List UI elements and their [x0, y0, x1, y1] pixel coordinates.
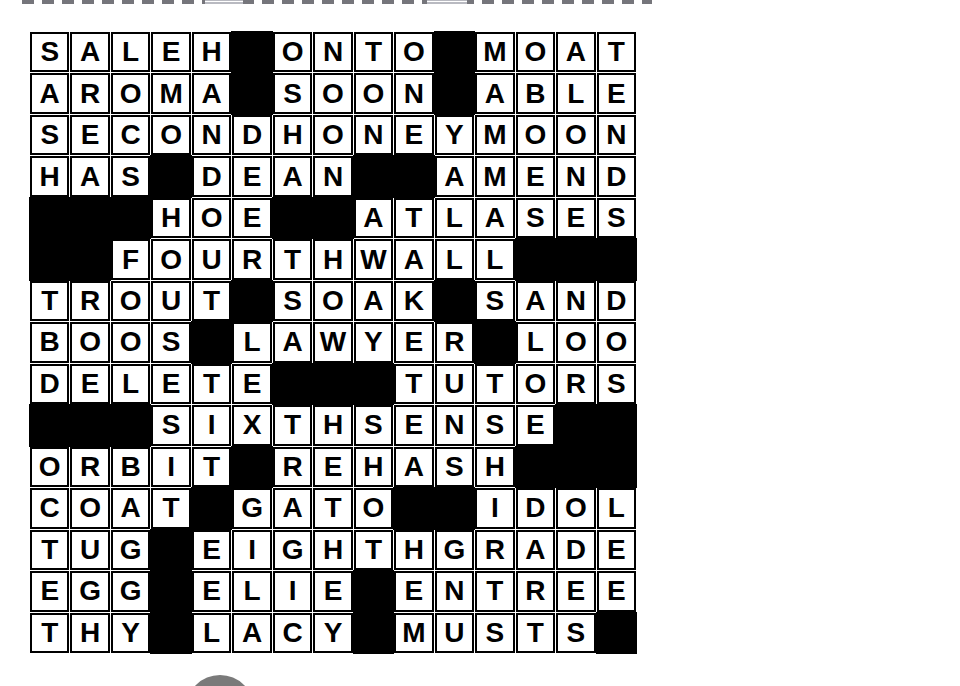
letter-cell[interactable]: G: [435, 530, 474, 570]
letter-cell[interactable]: T: [354, 32, 393, 72]
black-cell: [435, 73, 474, 113]
letter-cell[interactable]: E: [30, 571, 69, 611]
letter-cell[interactable]: O: [70, 488, 109, 528]
letter-cell[interactable]: L: [192, 613, 231, 653]
letter-cell[interactable]: N: [354, 115, 393, 155]
letter-cell[interactable]: E: [192, 530, 231, 570]
letter-cell[interactable]: R: [435, 322, 474, 362]
letter-cell[interactable]: E: [70, 364, 109, 404]
black-cell: [30, 239, 69, 279]
letter-cell[interactable]: O: [516, 364, 555, 404]
black-cell: [597, 447, 636, 487]
letter-cell[interactable]: M: [394, 613, 433, 653]
letter-cell[interactable]: S: [556, 613, 595, 653]
letter-cell[interactable]: Y: [111, 613, 150, 653]
letter-cell[interactable]: T: [30, 530, 69, 570]
letter-cell[interactable]: O: [556, 322, 595, 362]
black-cell: [435, 281, 474, 321]
letter-cell[interactable]: C: [111, 115, 150, 155]
cropped-underline-bar: [205, 0, 243, 4]
letter-cell[interactable]: E: [394, 322, 433, 362]
letter-cell[interactable]: M: [475, 115, 514, 155]
letter-cell[interactable]: A: [354, 198, 393, 238]
letter-cell[interactable]: A: [516, 281, 555, 321]
letter-cell[interactable]: G: [111, 571, 150, 611]
letter-cell[interactable]: A: [516, 530, 555, 570]
letter-cell[interactable]: D: [192, 156, 231, 196]
letter-cell[interactable]: R: [516, 571, 555, 611]
letter-cell[interactable]: E: [516, 156, 555, 196]
black-cell: [556, 239, 595, 279]
letter-cell[interactable]: T: [354, 530, 393, 570]
letter-cell[interactable]: C: [30, 488, 69, 528]
black-cell: [475, 322, 514, 362]
letter-cell[interactable]: L: [111, 32, 150, 72]
letter-cell[interactable]: A: [435, 156, 474, 196]
letter-cell[interactable]: O: [313, 73, 352, 113]
black-cell: [151, 156, 190, 196]
letter-cell[interactable]: S: [475, 405, 514, 445]
letter-cell[interactable]: L: [232, 571, 271, 611]
letter-cell[interactable]: N: [556, 281, 595, 321]
letter-cell[interactable]: C: [273, 613, 312, 653]
letter-cell[interactable]: B: [516, 73, 555, 113]
black-cell: [232, 73, 271, 113]
letter-cell[interactable]: M: [475, 156, 514, 196]
black-cell: [313, 198, 352, 238]
letter-cell[interactable]: R: [70, 73, 109, 113]
black-cell: [192, 488, 231, 528]
letter-cell[interactable]: I: [475, 488, 514, 528]
letter-cell[interactable]: A: [556, 32, 595, 72]
letter-cell[interactable]: T: [394, 198, 433, 238]
letter-cell[interactable]: T: [151, 488, 190, 528]
letter-cell[interactable]: S: [30, 32, 69, 72]
letter-cell[interactable]: O: [111, 73, 150, 113]
letter-cell[interactable]: A: [70, 32, 109, 72]
letter-cell[interactable]: A: [394, 447, 433, 487]
letter-cell[interactable]: D: [516, 488, 555, 528]
black-cell: [151, 613, 190, 653]
black-cell: [111, 405, 150, 445]
letter-cell[interactable]: L: [556, 73, 595, 113]
black-cell: [354, 613, 393, 653]
letter-cell[interactable]: H: [313, 239, 352, 279]
letter-cell[interactable]: M: [475, 32, 514, 72]
letter-cell[interactable]: A: [273, 322, 312, 362]
letter-cell[interactable]: O: [516, 115, 555, 155]
letter-cell[interactable]: R: [70, 281, 109, 321]
letter-cell[interactable]: T: [475, 364, 514, 404]
letter-cell[interactable]: H: [354, 447, 393, 487]
letter-cell[interactable]: N: [435, 571, 474, 611]
letter-cell[interactable]: T: [313, 488, 352, 528]
letter-cell[interactable]: A: [232, 613, 271, 653]
letter-cell[interactable]: O: [354, 73, 393, 113]
letter-cell[interactable]: N: [394, 73, 433, 113]
letter-cell[interactable]: E: [556, 198, 595, 238]
letter-cell[interactable]: T: [30, 281, 69, 321]
black-cell: [354, 156, 393, 196]
letter-cell[interactable]: O: [111, 322, 150, 362]
letter-cell[interactable]: T: [475, 571, 514, 611]
letter-cell[interactable]: E: [394, 405, 433, 445]
letter-cell[interactable]: W: [354, 239, 393, 279]
black-cell: [30, 405, 69, 445]
letter-cell[interactable]: A: [394, 239, 433, 279]
letter-cell[interactable]: L: [435, 198, 474, 238]
letter-cell[interactable]: S: [273, 73, 312, 113]
letter-cell[interactable]: E: [516, 405, 555, 445]
letter-cell[interactable]: H: [475, 447, 514, 487]
letter-cell[interactable]: B: [111, 447, 150, 487]
letter-cell[interactable]: F: [111, 239, 150, 279]
letter-cell[interactable]: H: [313, 405, 352, 445]
letter-cell[interactable]: L: [435, 239, 474, 279]
black-cell: [394, 156, 433, 196]
black-cell: [192, 322, 231, 362]
black-cell: [151, 571, 190, 611]
letter-cell[interactable]: E: [70, 115, 109, 155]
letter-cell[interactable]: A: [354, 281, 393, 321]
letter-cell[interactable]: E: [313, 571, 352, 611]
letter-cell[interactable]: A: [111, 488, 150, 528]
black-cell: [516, 447, 555, 487]
letter-cell[interactable]: T: [192, 447, 231, 487]
letter-cell[interactable]: O: [313, 281, 352, 321]
letter-cell[interactable]: B: [30, 322, 69, 362]
letter-cell[interactable]: E: [232, 156, 271, 196]
letter-cell[interactable]: A: [475, 73, 514, 113]
letter-cell[interactable]: M: [151, 73, 190, 113]
letter-cell[interactable]: S: [516, 198, 555, 238]
black-cell: [516, 239, 555, 279]
letter-cell[interactable]: E: [556, 571, 595, 611]
black-cell: [435, 32, 474, 72]
letter-cell[interactable]: E: [597, 530, 636, 570]
letter-cell[interactable]: O: [151, 239, 190, 279]
letter-cell[interactable]: U: [70, 530, 109, 570]
letter-cell[interactable]: O: [192, 198, 231, 238]
letter-cell[interactable]: S: [273, 281, 312, 321]
letter-cell[interactable]: N: [597, 115, 636, 155]
letter-cell[interactable]: L: [475, 239, 514, 279]
black-cell: [556, 447, 595, 487]
cropped-text-strip: [22, 0, 652, 4]
letter-cell[interactable]: S: [475, 613, 514, 653]
letter-cell[interactable]: T: [273, 239, 312, 279]
letter-cell[interactable]: T: [597, 32, 636, 72]
letter-cell[interactable]: R: [70, 447, 109, 487]
black-cell: [597, 613, 636, 653]
letter-cell[interactable]: D: [556, 530, 595, 570]
letter-cell[interactable]: X: [232, 405, 271, 445]
letter-cell[interactable]: E: [232, 198, 271, 238]
letter-cell[interactable]: A: [192, 73, 231, 113]
letter-cell[interactable]: T: [394, 364, 433, 404]
black-cell: [394, 488, 433, 528]
letter-cell[interactable]: H: [70, 613, 109, 653]
letter-cell[interactable]: R: [475, 530, 514, 570]
black-cell: [151, 530, 190, 570]
letter-cell[interactable]: T: [192, 281, 231, 321]
letter-cell[interactable]: U: [435, 613, 474, 653]
letter-cell[interactable]: G: [232, 488, 271, 528]
letter-cell[interactable]: S: [111, 156, 150, 196]
letter-cell[interactable]: S: [354, 405, 393, 445]
letter-cell[interactable]: E: [232, 364, 271, 404]
letter-cell[interactable]: E: [394, 115, 433, 155]
letter-cell[interactable]: E: [151, 32, 190, 72]
letter-cell[interactable]: T: [30, 613, 69, 653]
letter-cell[interactable]: O: [313, 115, 352, 155]
letter-cell[interactable]: S: [30, 115, 69, 155]
letter-cell[interactable]: O: [516, 32, 555, 72]
black-cell: [556, 405, 595, 445]
letter-cell[interactable]: I: [192, 405, 231, 445]
letter-cell[interactable]: N: [313, 32, 352, 72]
letter-cell[interactable]: E: [597, 571, 636, 611]
letter-cell[interactable]: W: [313, 322, 352, 362]
black-cell: [354, 364, 393, 404]
letter-cell[interactable]: E: [394, 571, 433, 611]
cropped-underline-bar: [427, 0, 467, 4]
black-cell: [70, 239, 109, 279]
black-cell: [232, 447, 271, 487]
black-cell: [597, 405, 636, 445]
partial-circle: [186, 675, 254, 686]
letter-cell[interactable]: O: [30, 447, 69, 487]
letter-cell[interactable]: N: [313, 156, 352, 196]
black-cell: [70, 405, 109, 445]
letter-cell[interactable]: T: [192, 364, 231, 404]
black-cell: [232, 32, 271, 72]
black-cell: [273, 198, 312, 238]
letter-cell[interactable]: U: [435, 364, 474, 404]
letter-cell[interactable]: O: [151, 115, 190, 155]
letter-cell[interactable]: O: [394, 32, 433, 72]
letter-cell[interactable]: G: [70, 571, 109, 611]
black-cell: [30, 198, 69, 238]
letter-cell[interactable]: G: [111, 530, 150, 570]
letter-cell[interactable]: T: [273, 405, 312, 445]
letter-cell[interactable]: A: [475, 198, 514, 238]
letter-cell[interactable]: D: [30, 364, 69, 404]
black-cell: [70, 198, 109, 238]
letter-cell[interactable]: I: [232, 530, 271, 570]
letter-cell[interactable]: U: [151, 281, 190, 321]
black-cell: [313, 364, 352, 404]
black-cell: [273, 364, 312, 404]
letter-cell[interactable]: H: [30, 156, 69, 196]
letter-cell[interactable]: U: [192, 239, 231, 279]
letter-cell[interactable]: H: [394, 530, 433, 570]
letter-cell[interactable]: S: [151, 322, 190, 362]
letter-cell[interactable]: N: [435, 405, 474, 445]
letter-cell[interactable]: O: [556, 115, 595, 155]
letter-cell[interactable]: I: [151, 447, 190, 487]
letter-cell[interactable]: G: [273, 530, 312, 570]
letter-cell[interactable]: N: [192, 115, 231, 155]
letter-cell[interactable]: O: [70, 322, 109, 362]
black-cell: [597, 239, 636, 279]
letter-cell[interactable]: H: [313, 530, 352, 570]
letter-cell[interactable]: Y: [354, 322, 393, 362]
letter-cell[interactable]: E: [313, 447, 352, 487]
letter-cell[interactable]: S: [151, 405, 190, 445]
letter-cell[interactable]: T: [516, 613, 555, 653]
letter-cell[interactable]: K: [394, 281, 433, 321]
letter-cell[interactable]: Y: [313, 613, 352, 653]
letter-cell[interactable]: R: [232, 239, 271, 279]
letter-cell[interactable]: D: [597, 281, 636, 321]
letter-cell[interactable]: O: [556, 488, 595, 528]
black-cell: [435, 488, 474, 528]
letter-cell[interactable]: A: [70, 156, 109, 196]
letter-cell[interactable]: Y: [435, 115, 474, 155]
letter-cell[interactable]: H: [151, 198, 190, 238]
letter-cell[interactable]: D: [597, 156, 636, 196]
letter-cell[interactable]: S: [475, 281, 514, 321]
letter-cell[interactable]: H: [273, 115, 312, 155]
letter-cell[interactable]: N: [556, 156, 595, 196]
letter-cell[interactable]: S: [597, 198, 636, 238]
black-cell: [232, 281, 271, 321]
letter-cell[interactable]: L: [597, 488, 636, 528]
letter-cell[interactable]: H: [192, 32, 231, 72]
letter-cell[interactable]: A: [273, 488, 312, 528]
letter-cell[interactable]: S: [597, 364, 636, 404]
letter-cell[interactable]: O: [111, 281, 150, 321]
letter-cell[interactable]: R: [556, 364, 595, 404]
crossword-grid: SALEHONTOMOATAROMASOONABLESECONDHONEYMOO…: [30, 32, 636, 653]
letter-cell[interactable]: L: [111, 364, 150, 404]
letter-cell[interactable]: E: [192, 571, 231, 611]
letter-cell[interactable]: A: [30, 73, 69, 113]
letter-cell[interactable]: I: [273, 571, 312, 611]
letter-cell[interactable]: O: [354, 488, 393, 528]
letter-cell[interactable]: R: [273, 447, 312, 487]
letter-cell[interactable]: A: [273, 156, 312, 196]
black-cell: [111, 198, 150, 238]
letter-cell[interactable]: O: [597, 322, 636, 362]
black-cell: [354, 571, 393, 611]
letter-cell[interactable]: O: [273, 32, 312, 72]
letter-cell[interactable]: D: [232, 115, 271, 155]
letter-cell[interactable]: L: [516, 322, 555, 362]
letter-cell[interactable]: E: [151, 364, 190, 404]
letter-cell[interactable]: E: [597, 73, 636, 113]
letter-cell[interactable]: L: [232, 322, 271, 362]
letter-cell[interactable]: S: [435, 447, 474, 487]
